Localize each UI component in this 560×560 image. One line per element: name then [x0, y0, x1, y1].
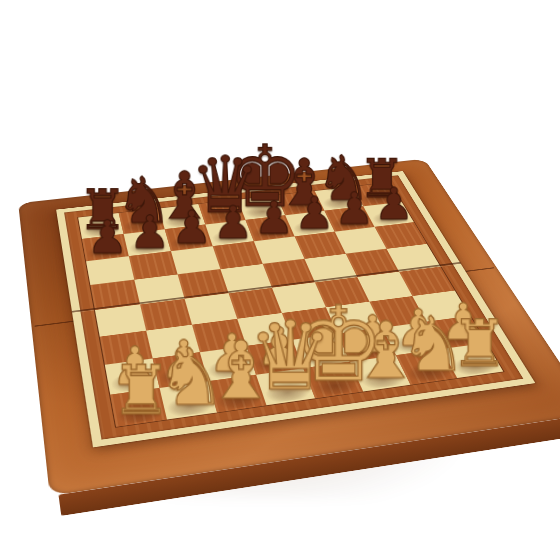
square-a7[interactable]: ♟ — [82, 234, 129, 261]
white-rook[interactable]: ♜ — [76, 360, 206, 422]
chess-board: ♜♞♝♛♚♝♞♜♟♟♟♟♟♟♟♟♟♟♟♟♟♟♟♟♜♞♝♛♚♝♞♜ — [18, 159, 560, 496]
black-pawn[interactable]: ♟ — [53, 216, 162, 258]
square-a1[interactable]: ♜ — [110, 388, 167, 427]
chess-set-photo: ♜♞♝♛♚♝♞♜♟♟♟♟♟♟♟♟♟♟♟♟♟♟♟♟♜♞♝♛♚♝♞♜ — [0, 0, 560, 560]
square-a4[interactable] — [95, 304, 146, 336]
